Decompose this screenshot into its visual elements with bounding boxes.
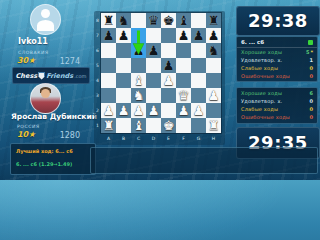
square-d4[interactable] [146,73,161,88]
piece-black-queen[interactable]: ♛ [146,13,161,28]
best-move-panel: Лучший ход: 6... c6 6. ... c6 (1.29→1.49… [10,143,96,175]
square-a2[interactable]: ♟ [101,103,116,118]
stat-row-ok: Удовлетвор. х.1 [237,56,317,64]
file-label: F [176,134,191,143]
chess-board-panel: 87654321 ♜♞♛♚♝♜♟♟♟♟♟♟♟♞♟♝♟♞♛♟♟♟♟♟♟♟♜♝♚♜ … [94,11,225,145]
black-move-stats: 6. ... c6 Хорошие ходы5*Удовлетвор. х.1С… [236,36,318,82]
square-d2[interactable]: ♟ [146,103,161,118]
rank-label: 8 [94,13,101,28]
stat-label: Хорошие ходы [241,48,282,56]
black-player-rating: 1274 [50,57,80,66]
square-d5[interactable] [146,58,161,73]
piece-white-pawn[interactable]: ♟ [206,88,221,103]
square-h5[interactable] [206,58,221,73]
chessfriends-logo: Chess Friends .com [12,67,90,84]
rank-labels: 87654321 [94,13,101,133]
piece-black-pawn[interactable]: ♟ [131,43,146,58]
square-c6[interactable]: ♟ [131,43,146,58]
stat-label: Ошибочные ходы [241,113,290,121]
stat-value: 0 [310,64,313,72]
file-label: E [161,134,176,143]
square-h6[interactable]: ♞ [206,43,221,58]
white-player-country: РОССИЯ [17,124,40,129]
square-b7[interactable]: ♟ [116,28,131,43]
piece-black-knight[interactable]: ♞ [116,13,131,28]
white-player-rating: 1280 [50,131,80,140]
best-move-line: Лучший ход: 6... c6 [16,148,73,154]
rank-label: 7 [94,28,101,43]
square-c2[interactable]: ♟ [131,103,146,118]
square-a5[interactable] [101,58,116,73]
piece-black-bishop[interactable]: ♝ [176,13,191,28]
avatar-head-icon [41,9,50,18]
square-h1[interactable]: ♜ [206,118,221,133]
logo-text-1: Chess [16,72,38,80]
piece-white-knight[interactable]: ♞ [131,88,146,103]
stat-label: Слабые ходы [241,105,278,113]
piece-white-bishop[interactable]: ♝ [131,118,146,133]
square-g4[interactable] [191,73,206,88]
shield-icon [38,72,45,80]
square-h7[interactable]: ♟ [206,28,221,43]
square-b3[interactable] [116,88,131,103]
square-c8[interactable] [131,13,146,28]
piece-black-pawn[interactable]: ♟ [146,43,161,58]
square-e6[interactable] [161,43,176,58]
stat-row-good: Хорошие ходы6 [237,89,317,97]
piece-black-knight[interactable]: ♞ [206,43,221,58]
square-b2[interactable]: ♟ [116,103,131,118]
square-a6[interactable] [101,43,116,58]
stat-value: 5* [306,48,313,56]
logo-text-3: .com [74,73,86,79]
stat-value: 0 [310,72,313,80]
square-h3[interactable]: ♟ [206,88,221,103]
stat-value: 1 [310,56,313,64]
current-move-star: * [310,49,313,55]
square-c4[interactable]: ♝ [131,73,146,88]
stat-label: Удовлетвор. х. [241,97,282,105]
square-a3[interactable] [101,88,116,103]
square-c3[interactable]: ♞ [131,88,146,103]
file-labels: ABCDEFGH [101,134,221,143]
square-a1[interactable]: ♜ [101,118,116,133]
square-d3[interactable] [146,88,161,103]
played-move-eval-line: 6. ... c6 (1.29→1.49) [16,161,72,167]
white-player-name: Ярослав Дубинский [11,112,97,121]
square-e2[interactable] [161,103,176,118]
move-quality-indicator [308,40,313,45]
square-f6[interactable] [176,43,191,58]
stat-label: Удовлетвор. х. [241,56,282,64]
stat-label: Слабые ходы [241,64,278,72]
square-e8[interactable]: ♚ [161,13,176,28]
square-g1[interactable] [191,118,206,133]
black-player-stars: 30★ [17,56,35,65]
piece-black-pawn[interactable]: ♟ [116,28,131,43]
square-b5[interactable] [116,58,131,73]
piece-white-pawn[interactable]: ♟ [176,103,191,118]
piece-black-king[interactable]: ♚ [161,13,176,28]
square-g8[interactable] [191,13,206,28]
stat-label: Хорошие ходы [241,89,282,97]
square-g3[interactable] [191,88,206,103]
square-d1[interactable] [146,118,161,133]
piece-white-pawn[interactable]: ♟ [131,103,146,118]
file-label: H [206,134,221,143]
square-c7[interactable] [131,28,146,43]
piece-white-king[interactable]: ♚ [161,118,176,133]
square-f5[interactable] [176,58,191,73]
file-label: C [131,134,146,143]
square-g6[interactable] [191,43,206,58]
square-h2[interactable] [206,103,221,118]
file-label: B [116,134,131,143]
square-a7[interactable]: ♟ [101,28,116,43]
piece-white-pawn[interactable]: ♟ [116,103,131,118]
black-player-avatar [30,4,61,35]
piece-white-pawn[interactable]: ♟ [191,103,206,118]
stat-row-weak: Слабые ходы0 [237,64,317,72]
white-player-stars: 10★ [17,130,35,139]
square-d6[interactable]: ♟ [146,43,161,58]
square-g5[interactable] [191,58,206,73]
analysis-empty-strip [90,147,318,174]
square-e4[interactable]: ♟ [161,73,176,88]
square-g2[interactable]: ♟ [191,103,206,118]
square-d7[interactable] [146,28,161,43]
square-c1[interactable]: ♝ [131,118,146,133]
piece-black-pawn[interactable]: ♟ [101,28,116,43]
rank-label: 3 [94,88,101,103]
square-d8[interactable]: ♛ [146,13,161,28]
file-label: D [146,134,161,143]
rank-label: 1 [94,118,101,133]
last-move-text: 6. ... c6 [241,39,264,45]
square-e1[interactable]: ♚ [161,118,176,133]
square-h8[interactable]: ♜ [206,13,221,28]
square-f8[interactable]: ♝ [176,13,191,28]
last-move-header: 6. ... c6 [237,38,317,48]
piece-black-rook[interactable]: ♜ [206,13,221,28]
square-c5[interactable] [131,58,146,73]
square-f4[interactable] [176,73,191,88]
black-player-name: Ivko11 [18,37,48,46]
file-label: G [191,134,206,143]
piece-black-pawn[interactable]: ♟ [206,28,221,43]
avatar-torso-icon [37,20,54,31]
logo-text-2: Friends [46,72,73,80]
piece-white-queen[interactable]: ♛ [176,88,191,103]
square-b8[interactable]: ♞ [116,13,131,28]
piece-black-pawn[interactable]: ♟ [176,28,191,43]
stat-value: 0 [310,97,313,105]
avatar-face-icon [41,89,50,98]
white-move-stats: Хорошие ходы6Удовлетвор. х.0Слабые ходы0… [236,87,318,124]
stat-label: Ошибочные ходы [241,72,290,80]
black-player-country: СЛОВАКИЯ [18,50,49,55]
square-g7[interactable]: ♟ [191,28,206,43]
board-squares: ♜♞♛♚♝♜♟♟♟♟♟♟♟♞♟♝♟♞♛♟♟♟♟♟♟♟♜♝♚♜ [101,13,221,133]
square-e7[interactable] [161,28,176,43]
black-clock: 29:38 [236,6,320,36]
stat-value: 6 [310,89,313,97]
square-h4[interactable] [206,73,221,88]
square-b6[interactable] [116,43,131,58]
white-player-avatar [30,83,61,114]
piece-black-pawn[interactable]: ♟ [161,58,176,73]
stat-value: 0 [310,105,313,113]
piece-white-bishop[interactable]: ♝ [131,73,146,88]
rank-label: 6 [94,43,101,58]
piece-white-pawn[interactable]: ♟ [101,103,116,118]
rank-label: 4 [94,73,101,88]
black-stat-rows: Хорошие ходы5*Удовлетвор. х.1Слабые ходы… [237,48,317,80]
piece-white-pawn[interactable]: ♟ [146,103,161,118]
piece-white-rook[interactable]: ♜ [206,118,221,133]
piece-white-rook[interactable]: ♜ [101,118,116,133]
stat-row-bad: Ошибочные ходы0 [237,72,317,80]
stat-row-good: Хорошие ходы5* [237,48,317,56]
square-f2[interactable]: ♟ [176,103,191,118]
square-f7[interactable]: ♟ [176,28,191,43]
rank-label: 5 [94,58,101,73]
file-label: A [101,134,116,143]
square-a4[interactable] [101,73,116,88]
stat-row-bad: Ошибочные ходы0 [237,113,317,121]
piece-black-pawn[interactable]: ♟ [191,28,206,43]
white-stat-rows: Хорошие ходы6Удовлетвор. х.0Слабые ходы0… [237,89,317,121]
square-f3[interactable]: ♛ [176,88,191,103]
square-e3[interactable] [161,88,176,103]
piece-black-rook[interactable]: ♜ [101,13,116,28]
square-f1[interactable] [176,118,191,133]
square-b1[interactable] [116,118,131,133]
square-b4[interactable] [116,73,131,88]
stat-value: 0 [310,113,313,121]
square-a8[interactable]: ♜ [101,13,116,28]
rank-label: 2 [94,103,101,118]
stat-row-weak: Слабые ходы0 [237,105,317,113]
stat-row-ok: Удовлетвор. х.0 [237,97,317,105]
square-e5[interactable]: ♟ [161,58,176,73]
piece-white-pawn[interactable]: ♟ [161,73,176,88]
